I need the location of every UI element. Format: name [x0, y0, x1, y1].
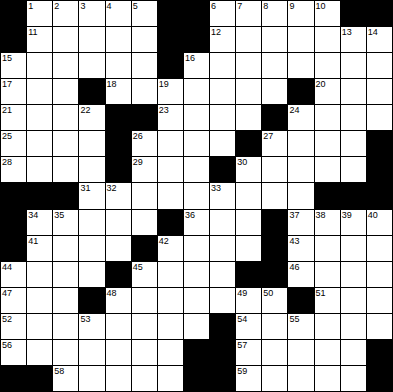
block-cell	[210, 157, 235, 182]
crossword-cell[interactable]	[132, 27, 157, 52]
crossword-cell[interactable]	[288, 53, 313, 78]
crossword-cell[interactable]	[184, 131, 209, 156]
crossword-cell[interactable]	[79, 131, 104, 156]
crossword-cell[interactable]: 21	[1, 105, 26, 130]
crossword-cell[interactable]: 4	[106, 1, 131, 26]
crossword-cell[interactable]: 53	[79, 314, 104, 339]
block-cell	[315, 183, 340, 208]
crossword-cell[interactable]	[210, 210, 235, 235]
crossword-cell[interactable]	[315, 236, 340, 261]
clue-number: 23	[159, 105, 169, 116]
crossword-cell[interactable]	[53, 288, 78, 313]
block-cell	[27, 366, 52, 391]
clue-number: 38	[316, 210, 326, 221]
crossword-cell[interactable]: 19	[158, 79, 183, 104]
crossword-cell[interactable]	[106, 340, 131, 365]
block-cell	[1, 366, 26, 391]
crossword-cell[interactable]	[27, 157, 52, 182]
block-cell	[158, 1, 183, 26]
clue-number: 11	[28, 27, 37, 38]
block-cell	[262, 105, 287, 130]
block-cell	[341, 183, 366, 208]
crossword-cell[interactable]	[184, 288, 209, 313]
crossword-cell[interactable]: 48	[106, 288, 131, 313]
clue-number: 9	[289, 1, 294, 12]
clue-number: 40	[368, 210, 378, 221]
crossword-cell[interactable]	[27, 105, 52, 130]
block-cell	[262, 210, 287, 235]
crossword-cell[interactable]	[341, 262, 366, 287]
crossword-cell[interactable]: 51	[315, 288, 340, 313]
crossword-cell[interactable]	[53, 53, 78, 78]
block-cell	[158, 210, 183, 235]
clue-number: 57	[237, 340, 247, 351]
clue-number: 18	[107, 79, 117, 90]
crossword-cell[interactable]: 1	[27, 1, 52, 26]
crossword-cell[interactable]	[315, 131, 340, 156]
crossword-cell[interactable]	[27, 262, 52, 287]
clue-number: 48	[107, 288, 117, 299]
block-cell	[1, 236, 26, 261]
block-cell	[132, 236, 157, 261]
crossword-cell[interactable]: 52	[1, 314, 26, 339]
block-cell	[184, 366, 209, 391]
crossword-cell[interactable]: 35	[53, 210, 78, 235]
crossword-cell[interactable]	[341, 79, 366, 104]
crossword-cell[interactable]	[27, 79, 52, 104]
crossword-cell[interactable]	[27, 131, 52, 156]
crossword-cell[interactable]	[132, 79, 157, 104]
block-cell	[367, 340, 392, 365]
crossword-cell[interactable]: 3	[79, 1, 104, 26]
clue-number: 37	[289, 210, 299, 221]
crossword-cell[interactable]	[236, 210, 261, 235]
crossword-cell[interactable]	[210, 131, 235, 156]
crossword-cell[interactable]	[315, 262, 340, 287]
crossword-cell[interactable]: 8	[262, 1, 287, 26]
clue-number: 49	[237, 288, 247, 299]
clue-number: 42	[159, 236, 169, 247]
crossword-cell[interactable]: 27	[262, 131, 287, 156]
crossword-cell[interactable]	[288, 131, 313, 156]
clue-number: 58	[54, 366, 64, 377]
clue-number: 10	[316, 1, 326, 12]
crossword-cell[interactable]: 31	[79, 183, 104, 208]
clue-number: 55	[289, 314, 299, 325]
block-cell	[106, 262, 131, 287]
block-cell	[236, 131, 261, 156]
crossword-cell[interactable]	[315, 340, 340, 365]
crossword-cell[interactable]	[132, 366, 157, 391]
clue-number: 52	[2, 314, 12, 325]
crossword-cell[interactable]	[236, 183, 261, 208]
block-cell	[1, 183, 26, 208]
crossword-cell[interactable]	[262, 79, 287, 104]
crossword-cell[interactable]: 36	[184, 210, 209, 235]
block-cell	[1, 1, 26, 26]
block-cell	[367, 183, 392, 208]
crossword-cell[interactable]: 16	[184, 53, 209, 78]
clue-number: 39	[342, 210, 352, 221]
crossword-cell[interactable]: 5	[132, 1, 157, 26]
clue-number: 19	[159, 79, 169, 90]
crossword-cell[interactable]	[341, 288, 366, 313]
crossword-cell[interactable]	[315, 157, 340, 182]
crossword-cell[interactable]	[184, 314, 209, 339]
clue-number: 25	[2, 131, 12, 142]
block-cell	[53, 183, 78, 208]
block-cell	[367, 1, 392, 26]
clue-number: 29	[133, 157, 143, 168]
crossword-cell[interactable]: 13	[341, 27, 366, 52]
crossword-cell[interactable]	[236, 236, 261, 261]
crossword-cell[interactable]	[158, 131, 183, 156]
crossword-cell[interactable]	[184, 183, 209, 208]
crossword-cell[interactable]	[132, 288, 157, 313]
crossword-cell[interactable]	[236, 53, 261, 78]
block-cell	[262, 262, 287, 287]
crossword-cell[interactable]	[132, 340, 157, 365]
clue-number: 1	[28, 1, 33, 12]
crossword-cell[interactable]: 2	[53, 1, 78, 26]
clue-number: 34	[28, 210, 38, 221]
crossword-cell[interactable]	[367, 105, 392, 130]
crossword-cell[interactable]: 38	[315, 210, 340, 235]
clue-number: 28	[2, 157, 12, 168]
clue-number: 31	[80, 183, 90, 194]
block-cell	[288, 79, 313, 104]
block-cell	[367, 131, 392, 156]
crossword-cell[interactable]: 7	[236, 1, 261, 26]
clue-number: 15	[2, 53, 12, 64]
block-cell	[367, 157, 392, 182]
crossword-cell[interactable]	[132, 183, 157, 208]
crossword-cell[interactable]	[262, 314, 287, 339]
crossword-cell[interactable]	[288, 183, 313, 208]
clue-number: 59	[237, 366, 247, 377]
crossword-cell[interactable]	[27, 53, 52, 78]
crossword-cell[interactable]: 32	[106, 183, 131, 208]
crossword-cell[interactable]	[341, 340, 366, 365]
block-cell	[341, 1, 366, 26]
crossword-cell[interactable]: 17	[1, 79, 26, 104]
crossword-cell[interactable]: 55	[288, 314, 313, 339]
clue-number: 4	[107, 1, 112, 12]
clue-number: 56	[2, 340, 12, 351]
crossword-cell[interactable]: 44	[1, 262, 26, 287]
crossword-cell[interactable]	[158, 288, 183, 313]
crossword-cell[interactable]	[367, 53, 392, 78]
crossword-cell[interactable]	[288, 27, 313, 52]
crossword-cell[interactable]: 34	[27, 210, 52, 235]
crossword-cell[interactable]: 54	[236, 314, 261, 339]
crossword-cell[interactable]: 49	[236, 288, 261, 313]
block-cell	[158, 27, 183, 52]
crossword-cell[interactable]	[236, 105, 261, 130]
crossword-cell[interactable]: 28	[1, 157, 26, 182]
crossword-cell[interactable]	[236, 79, 261, 104]
crossword-cell[interactable]: 46	[288, 262, 313, 287]
clue-number: 16	[185, 53, 195, 64]
crossword-cell[interactable]	[341, 53, 366, 78]
crossword-cell[interactable]: 11	[27, 27, 52, 52]
crossword-cell[interactable]	[53, 79, 78, 104]
crossword-cell[interactable]	[184, 236, 209, 261]
crossword-cell[interactable]	[132, 53, 157, 78]
crossword-cell[interactable]	[288, 366, 313, 391]
clue-number: 8	[263, 1, 268, 12]
block-cell	[106, 157, 131, 182]
crossword-cell[interactable]: 10	[315, 1, 340, 26]
crossword-cell[interactable]	[210, 288, 235, 313]
clue-number: 5	[133, 1, 138, 12]
block-cell	[79, 288, 104, 313]
crossword-cell[interactable]	[315, 366, 340, 391]
clue-number: 33	[211, 183, 221, 194]
crossword-cell[interactable]	[184, 105, 209, 130]
crossword-cell[interactable]	[262, 183, 287, 208]
crossword-cell[interactable]	[236, 27, 261, 52]
clue-number: 13	[342, 27, 352, 38]
crossword-cell[interactable]: 22	[79, 105, 104, 130]
crossword-cell[interactable]	[288, 340, 313, 365]
crossword-cell[interactable]	[210, 105, 235, 130]
crossword-cell[interactable]	[288, 157, 313, 182]
clue-number: 41	[28, 236, 38, 247]
clue-number: 22	[80, 105, 90, 116]
block-cell	[132, 105, 157, 130]
crossword-cell[interactable]	[315, 314, 340, 339]
block-cell	[27, 183, 52, 208]
crossword-cell[interactable]	[262, 157, 287, 182]
crossword-cell[interactable]	[262, 366, 287, 391]
clue-number: 50	[263, 288, 273, 299]
crossword-cell[interactable]	[158, 262, 183, 287]
crossword-cell[interactable]	[53, 105, 78, 130]
block-cell	[210, 340, 235, 365]
crossword-cell[interactable]	[315, 27, 340, 52]
crossword-cell[interactable]	[158, 157, 183, 182]
block-cell	[106, 131, 131, 156]
block-cell	[79, 79, 104, 104]
crossword-cell[interactable]: 15	[1, 53, 26, 78]
crossword-cell[interactable]: 20	[315, 79, 340, 104]
block-cell	[184, 340, 209, 365]
clue-number: 2	[54, 1, 59, 12]
crossword-cell[interactable]	[79, 236, 104, 261]
crossword-cell[interactable]	[158, 366, 183, 391]
block-cell	[262, 236, 287, 261]
crossword-cell[interactable]	[262, 340, 287, 365]
crossword-cell[interactable]	[106, 27, 131, 52]
crossword-cell[interactable]: 30	[236, 157, 261, 182]
block-cell	[184, 1, 209, 26]
clue-number: 12	[211, 27, 221, 38]
crossword-cell[interactable]	[341, 366, 366, 391]
clue-number: 46	[289, 262, 299, 273]
crossword-cell[interactable]	[27, 288, 52, 313]
crossword-cell[interactable]	[315, 53, 340, 78]
clue-number: 7	[237, 1, 242, 12]
crossword-cell[interactable]	[53, 27, 78, 52]
crossword-cell[interactable]	[106, 210, 131, 235]
crossword-cell[interactable]	[106, 366, 131, 391]
block-cell	[184, 27, 209, 52]
crossword-cell[interactable]: 37	[288, 210, 313, 235]
crossword-cell[interactable]	[210, 262, 235, 287]
clue-number: 17	[2, 79, 12, 90]
crossword-cell[interactable]	[53, 262, 78, 287]
crossword-cell[interactable]: 9	[288, 1, 313, 26]
block-cell	[158, 53, 183, 78]
clue-number: 20	[316, 79, 326, 90]
crossword-cell[interactable]: 25	[1, 131, 26, 156]
clue-number: 53	[80, 314, 90, 325]
clue-number: 21	[2, 105, 12, 116]
crossword-cell[interactable]	[315, 105, 340, 130]
clue-number: 47	[2, 288, 12, 299]
crossword-cell[interactable]	[158, 314, 183, 339]
clue-number: 51	[316, 288, 326, 299]
crossword-cell[interactable]: 59	[236, 366, 261, 391]
crossword-cell[interactable]	[53, 314, 78, 339]
crossword-cell[interactable]	[367, 79, 392, 104]
crossword-cell[interactable]	[79, 157, 104, 182]
crossword-cell[interactable]	[184, 157, 209, 182]
crossword-cell[interactable]	[132, 210, 157, 235]
clue-number: 24	[289, 105, 299, 116]
crossword-cell[interactable]	[79, 210, 104, 235]
crossword-cell[interactable]: 45	[132, 262, 157, 287]
crossword-cell[interactable]: 47	[1, 288, 26, 313]
block-cell	[1, 27, 26, 52]
block-cell	[106, 105, 131, 130]
crossword-cell[interactable]: 43	[288, 236, 313, 261]
clue-number: 30	[237, 157, 247, 168]
crossword-cell[interactable]: 14	[367, 27, 392, 52]
crossword-cell[interactable]	[210, 53, 235, 78]
crossword-cell[interactable]: 6	[210, 1, 235, 26]
crossword-cell[interactable]: 50	[262, 288, 287, 313]
crossword-cell[interactable]	[53, 340, 78, 365]
block-cell	[288, 288, 313, 313]
crossword-cell[interactable]	[53, 131, 78, 156]
block-cell	[210, 366, 235, 391]
block-cell	[367, 366, 392, 391]
crossword-cell[interactable]	[106, 314, 131, 339]
crossword-cell[interactable]	[79, 53, 104, 78]
crossword-cell[interactable]	[341, 236, 366, 261]
crossword-cell[interactable]: 57	[236, 340, 261, 365]
clue-number: 14	[368, 27, 378, 38]
crossword-cell[interactable]	[341, 157, 366, 182]
block-cell	[210, 314, 235, 339]
clue-number: 32	[107, 183, 117, 194]
clue-number: 6	[211, 1, 216, 12]
crossword-cell[interactable]: 41	[27, 236, 52, 261]
crossword-cell[interactable]: 40	[367, 210, 392, 235]
crossword-cell[interactable]	[262, 53, 287, 78]
crossword-cell[interactable]	[27, 314, 52, 339]
crossword-cell[interactable]	[341, 314, 366, 339]
crossword-cell[interactable]	[132, 314, 157, 339]
crossword-cell[interactable]	[262, 27, 287, 52]
crossword-cell[interactable]: 56	[1, 340, 26, 365]
crossword-cell[interactable]	[53, 157, 78, 182]
crossword-cell[interactable]: 39	[341, 210, 366, 235]
crossword-cell[interactable]	[184, 79, 209, 104]
clue-number: 27	[263, 131, 273, 142]
crossword-cell[interactable]	[184, 262, 209, 287]
crossword-cell[interactable]	[79, 340, 104, 365]
clue-number: 45	[133, 262, 143, 273]
clue-number: 3	[80, 1, 85, 12]
crossword-cell[interactable]: 12	[210, 27, 235, 52]
crossword-cell[interactable]	[27, 340, 52, 365]
crossword-cell[interactable]: 23	[158, 105, 183, 130]
crossword-cell[interactable]: 29	[132, 157, 157, 182]
crossword-cell[interactable]	[367, 288, 392, 313]
crossword-cell[interactable]	[79, 366, 104, 391]
crossword-cell[interactable]	[158, 183, 183, 208]
clue-number: 36	[185, 210, 195, 221]
block-cell	[1, 210, 26, 235]
crossword-cell[interactable]: 18	[106, 79, 131, 104]
block-cell	[236, 262, 261, 287]
crossword-cell[interactable]	[106, 53, 131, 78]
crossword-cell[interactable]: 24	[288, 105, 313, 130]
crossword-cell[interactable]: 33	[210, 183, 235, 208]
crossword-cell[interactable]: 58	[53, 366, 78, 391]
crossword-cell[interactable]: 26	[132, 131, 157, 156]
crossword-cell[interactable]	[79, 27, 104, 52]
crossword-cell[interactable]	[210, 79, 235, 104]
clue-number: 44	[2, 262, 12, 273]
crossword-cell[interactable]	[210, 236, 235, 261]
clue-number: 26	[133, 131, 143, 142]
crossword-grid: 1234567891011121314151617181920212223242…	[0, 0, 393, 392]
clue-number: 54	[237, 314, 247, 325]
clue-number: 35	[54, 210, 64, 221]
crossword-cell[interactable]	[367, 236, 392, 261]
crossword-cell[interactable]	[106, 236, 131, 261]
crossword-cell[interactable]	[53, 236, 78, 261]
crossword-cell[interactable]: 42	[158, 236, 183, 261]
crossword-cell[interactable]	[158, 340, 183, 365]
crossword-cell[interactable]	[367, 314, 392, 339]
crossword-cell[interactable]	[341, 105, 366, 130]
clue-number: 43	[289, 236, 299, 247]
crossword-cell[interactable]	[367, 262, 392, 287]
crossword-cell[interactable]	[341, 131, 366, 156]
crossword-cell[interactable]	[79, 262, 104, 287]
